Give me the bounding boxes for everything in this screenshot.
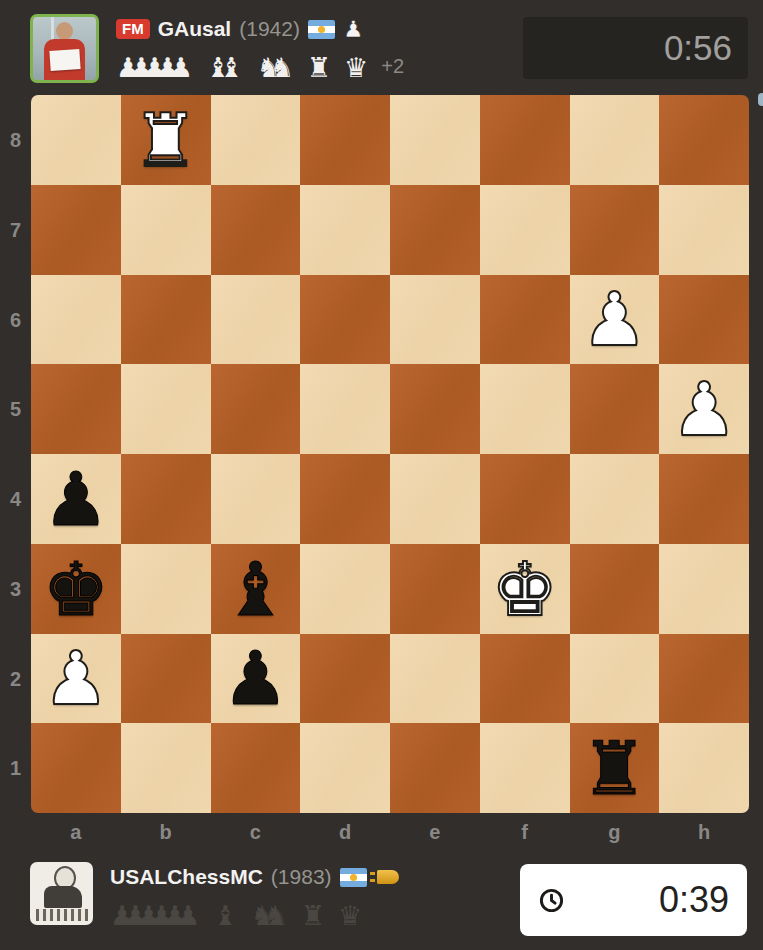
square-e6[interactable] bbox=[390, 275, 480, 365]
square-h4[interactable] bbox=[659, 454, 749, 544]
square-e1[interactable] bbox=[390, 723, 480, 813]
file-label-f: f bbox=[480, 816, 570, 848]
square-d2[interactable] bbox=[300, 634, 390, 724]
piece-white-pawn-g6[interactable]: ♟ bbox=[581, 282, 647, 356]
square-h7[interactable] bbox=[659, 185, 749, 275]
captured-pawns: ♟♟♟♟♟♟ bbox=[110, 902, 200, 929]
square-g7[interactable] bbox=[570, 185, 660, 275]
square-h5[interactable]: ♟ bbox=[659, 364, 749, 454]
square-e3[interactable] bbox=[390, 544, 480, 634]
rank-label-4: 4 bbox=[0, 488, 31, 511]
square-a3[interactable]: ♚ bbox=[31, 544, 121, 634]
square-d5[interactable] bbox=[300, 364, 390, 454]
captured-pawns: ♟♟♟♟♟ bbox=[116, 54, 193, 81]
fm-title-badge[interactable]: FM bbox=[116, 19, 150, 39]
file-label-d: d bbox=[300, 816, 390, 848]
piece-black-pawn-a4[interactable]: ♟ bbox=[43, 462, 109, 536]
square-a4[interactable]: ♟ bbox=[31, 454, 121, 544]
square-f6[interactable] bbox=[480, 275, 570, 365]
captured-rooks: ♜ bbox=[307, 54, 331, 81]
rank-label-3: 3 bbox=[0, 578, 31, 601]
square-c1[interactable] bbox=[211, 723, 301, 813]
square-c8[interactable] bbox=[211, 95, 301, 185]
square-g2[interactable] bbox=[570, 634, 660, 724]
top-player-bar: FM GAusal (1942) ♟ ♟♟♟♟♟♝♝♞♞♜♛+2 bbox=[30, 14, 404, 83]
top-player-avatar[interactable] bbox=[30, 14, 99, 83]
bottom-player-avatar[interactable] bbox=[30, 862, 93, 925]
square-a6[interactable] bbox=[31, 275, 121, 365]
square-h3[interactable] bbox=[659, 544, 749, 634]
square-a8[interactable] bbox=[31, 95, 121, 185]
piece-black-king-a3[interactable]: ♚ bbox=[43, 552, 109, 626]
square-h8[interactable] bbox=[659, 95, 749, 185]
piece-white-pawn-a2[interactable]: ♟ bbox=[43, 641, 109, 715]
square-f4[interactable] bbox=[480, 454, 570, 544]
square-b4[interactable] bbox=[121, 454, 211, 544]
square-h1[interactable] bbox=[659, 723, 749, 813]
piece-black-pawn-c2[interactable]: ♟ bbox=[222, 641, 288, 715]
bottom-clock-time: 0:39 bbox=[659, 879, 729, 921]
square-f3[interactable]: ♚ bbox=[480, 544, 570, 634]
piece-black-rook-g1[interactable]: ♜ bbox=[581, 731, 647, 805]
top-captured-pieces-tray: ♟♟♟♟♟♝♝♞♞♜♛+2 bbox=[116, 45, 404, 81]
square-f8[interactable] bbox=[480, 95, 570, 185]
square-e4[interactable] bbox=[390, 454, 480, 544]
square-b6[interactable] bbox=[121, 275, 211, 365]
square-e7[interactable] bbox=[390, 185, 480, 275]
square-e5[interactable] bbox=[390, 364, 480, 454]
captured-knights: ♞♞ bbox=[256, 54, 293, 81]
square-a1[interactable] bbox=[31, 723, 121, 813]
square-f5[interactable] bbox=[480, 364, 570, 454]
piece-white-rook-b8[interactable]: ♜ bbox=[132, 103, 198, 177]
square-c2[interactable]: ♟ bbox=[211, 634, 301, 724]
rank-label-7: 7 bbox=[0, 219, 31, 242]
avatar-sketch-chessboard bbox=[36, 909, 88, 921]
rank-label-6: 6 bbox=[0, 309, 31, 332]
top-player-rating: (1942) bbox=[239, 17, 300, 41]
square-d1[interactable] bbox=[300, 723, 390, 813]
square-d6[interactable] bbox=[300, 275, 390, 365]
square-b2[interactable] bbox=[121, 634, 211, 724]
square-b5[interactable] bbox=[121, 364, 211, 454]
square-g5[interactable] bbox=[570, 364, 660, 454]
square-d3[interactable] bbox=[300, 544, 390, 634]
square-a2[interactable]: ♟ bbox=[31, 634, 121, 724]
file-label-b: b bbox=[121, 816, 211, 848]
square-d7[interactable] bbox=[300, 185, 390, 275]
square-d4[interactable] bbox=[300, 454, 390, 544]
square-c4[interactable] bbox=[211, 454, 301, 544]
piece-white-king-f3[interactable]: ♚ bbox=[491, 552, 557, 626]
file-labels: abcdefgh bbox=[31, 816, 749, 848]
file-label-g: g bbox=[570, 816, 660, 848]
file-label-a: a bbox=[31, 816, 121, 848]
top-player-name[interactable]: GAusal bbox=[158, 17, 232, 41]
clock-icon bbox=[538, 887, 565, 914]
avatar-paper bbox=[49, 49, 80, 71]
bottom-player-name[interactable]: USALChessMC bbox=[110, 865, 263, 889]
captured-rooks: ♜ bbox=[301, 902, 325, 929]
rank-label-1: 1 bbox=[0, 757, 31, 780]
rank-label-8: 8 bbox=[0, 129, 31, 152]
piece-black-bishop-c3[interactable]: ♝ bbox=[222, 552, 288, 626]
square-c7[interactable] bbox=[211, 185, 301, 275]
bottom-player-rating: (1983) bbox=[271, 865, 332, 889]
square-c5[interactable] bbox=[211, 364, 301, 454]
argentina-flag-icon bbox=[308, 20, 335, 39]
file-label-h: h bbox=[659, 816, 749, 848]
captured-knights: ♞♞ bbox=[250, 902, 287, 929]
avatar-head bbox=[56, 22, 73, 40]
bottom-player-clock: 0:39 bbox=[520, 864, 747, 936]
rank-label-2: 2 bbox=[0, 668, 31, 691]
square-c3[interactable]: ♝ bbox=[211, 544, 301, 634]
top-clock-time: 0:56 bbox=[664, 28, 732, 68]
rank-label-5: 5 bbox=[0, 398, 31, 421]
rank-labels: 87654321 bbox=[0, 95, 31, 813]
bottom-player-bar: USALChessMC (1983) ♟♟♟♟♟♟♝♞♞♜♛ bbox=[30, 862, 399, 929]
square-h6[interactable] bbox=[659, 275, 749, 365]
square-g4[interactable] bbox=[570, 454, 660, 544]
file-label-c: c bbox=[211, 816, 301, 848]
square-g1[interactable]: ♜ bbox=[570, 723, 660, 813]
square-e8[interactable] bbox=[390, 95, 480, 185]
square-f7[interactable] bbox=[480, 185, 570, 275]
chess-board[interactable]: ♜♟♟♟♚♝♚♟♟♜ bbox=[31, 95, 749, 813]
square-g8[interactable] bbox=[570, 95, 660, 185]
square-a5[interactable] bbox=[31, 364, 121, 454]
material-advantage: +2 bbox=[381, 55, 404, 78]
square-c6[interactable] bbox=[211, 275, 301, 365]
white-bishop-icon: ♟ bbox=[343, 18, 364, 41]
square-h2[interactable] bbox=[659, 634, 749, 724]
bottom-captured-pieces-tray: ♟♟♟♟♟♟♝♞♞♜♛ bbox=[110, 893, 399, 929]
piece-white-pawn-h5[interactable]: ♟ bbox=[671, 372, 737, 446]
square-a7[interactable] bbox=[31, 185, 121, 275]
captured-queens: ♛ bbox=[338, 902, 362, 929]
square-g6[interactable]: ♟ bbox=[570, 275, 660, 365]
square-b8[interactable]: ♜ bbox=[121, 95, 211, 185]
square-b1[interactable] bbox=[121, 723, 211, 813]
argentina-flag-icon bbox=[340, 868, 367, 887]
right-edge-sliver bbox=[758, 93, 763, 106]
square-f1[interactable] bbox=[480, 723, 570, 813]
avatar-sketch-body bbox=[44, 886, 82, 908]
square-b3[interactable] bbox=[121, 544, 211, 634]
top-player-clock: 0:56 bbox=[523, 17, 748, 79]
square-b7[interactable] bbox=[121, 185, 211, 275]
captured-queens: ♛ bbox=[344, 54, 368, 81]
file-label-e: e bbox=[390, 816, 480, 848]
square-e2[interactable] bbox=[390, 634, 480, 724]
square-d8[interactable] bbox=[300, 95, 390, 185]
bullet-game-icon bbox=[377, 870, 399, 884]
captured-bishops: ♝♝ bbox=[206, 54, 243, 81]
square-f2[interactable] bbox=[480, 634, 570, 724]
captured-bishops: ♝ bbox=[213, 902, 237, 929]
square-g3[interactable] bbox=[570, 544, 660, 634]
